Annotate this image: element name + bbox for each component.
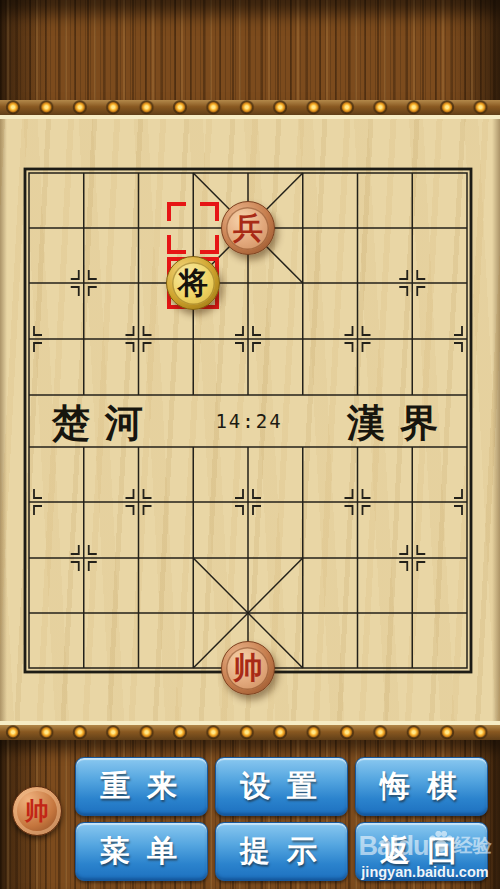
watermark-url: jingyan.baidu.com (352, 864, 498, 880)
piece-red-general-label: 帅 (233, 653, 263, 683)
top-trim-line (0, 115, 500, 119)
last-move-from-square (166, 201, 221, 256)
square-e10: 帅 (221, 641, 276, 696)
settings-button[interactable]: 设置 (215, 757, 348, 816)
paw-icon (430, 831, 452, 853)
square-e2: 兵 (221, 201, 276, 256)
piece-red-soldier[interactable]: 兵 (221, 201, 275, 255)
top-wood-bar (0, 0, 500, 100)
restart-button[interactable]: 重来 (75, 757, 208, 816)
hint-button[interactable]: 提示 (215, 822, 348, 881)
watermark-brand: Baidu (358, 831, 428, 862)
bottom-rivet-rail (0, 725, 500, 740)
watermark: Baidu 经验 jingyan.baidu.com (352, 829, 498, 880)
watermark-logo: Baidu 经验 (352, 829, 498, 863)
marshal-badge-icon: 帅 (12, 786, 62, 836)
piece-black-general[interactable]: 将 (166, 256, 220, 310)
square-d3: 将 (166, 256, 221, 311)
piece-red-soldier-label: 兵 (233, 213, 263, 243)
menu-button[interactable]: 菜单 (75, 822, 208, 881)
piece-grid: 兵 将 帅 (2, 146, 495, 696)
watermark-suffix: 经验 (454, 833, 492, 859)
piece-black-general-label: 将 (178, 268, 208, 298)
piece-red-general[interactable]: 帅 (221, 641, 275, 695)
last-move-from-marker (167, 202, 219, 254)
marshal-badge-label: 帅 (25, 795, 49, 827)
top-rivet-rail (0, 100, 500, 115)
undo-button[interactable]: 悔棋 (355, 757, 488, 816)
